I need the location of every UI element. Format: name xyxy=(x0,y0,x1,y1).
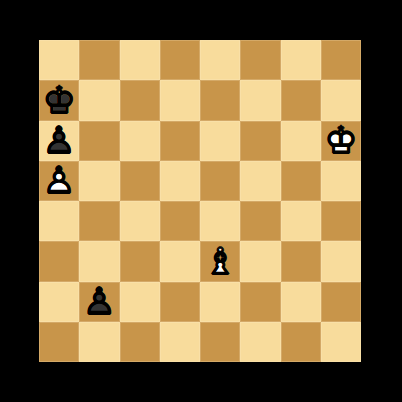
square-c6[interactable] xyxy=(120,121,160,161)
square-a3[interactable] xyxy=(39,241,79,281)
square-c1[interactable] xyxy=(120,322,160,362)
black-pawn[interactable]: ♟♙ xyxy=(39,121,79,161)
white-bishop[interactable]: ♝♗ xyxy=(200,241,240,281)
black-pawn[interactable]: ♟♙ xyxy=(79,282,119,322)
square-a5[interactable]: ♟♙ xyxy=(39,161,79,201)
square-c8[interactable] xyxy=(120,40,160,80)
square-a1[interactable] xyxy=(39,322,79,362)
square-f7[interactable] xyxy=(240,80,280,120)
board-frame: ♚♔♟♙♚♔♟♙♝♗♟♙ xyxy=(0,0,402,402)
square-e6[interactable] xyxy=(200,121,240,161)
square-b3[interactable] xyxy=(79,241,119,281)
white-bishop-outline: ♗ xyxy=(200,241,240,281)
square-g2[interactable] xyxy=(281,282,321,322)
square-e4[interactable] xyxy=(200,201,240,241)
square-d1[interactable] xyxy=(160,322,200,362)
square-h8[interactable] xyxy=(321,40,361,80)
black-king[interactable]: ♚♔ xyxy=(39,80,79,120)
square-b4[interactable] xyxy=(79,201,119,241)
square-h2[interactable] xyxy=(321,282,361,322)
black-king-outline: ♔ xyxy=(39,80,79,120)
square-a7[interactable]: ♚♔ xyxy=(39,80,79,120)
square-f4[interactable] xyxy=(240,201,280,241)
square-b5[interactable] xyxy=(79,161,119,201)
square-b6[interactable] xyxy=(79,121,119,161)
square-e5[interactable] xyxy=(200,161,240,201)
square-g7[interactable] xyxy=(281,80,321,120)
square-a8[interactable] xyxy=(39,40,79,80)
chess-board: ♚♔♟♙♚♔♟♙♝♗♟♙ xyxy=(39,40,361,362)
white-pawn[interactable]: ♟♙ xyxy=(39,161,79,201)
square-h7[interactable] xyxy=(321,80,361,120)
square-b1[interactable] xyxy=(79,322,119,362)
square-b2[interactable]: ♟♙ xyxy=(79,282,119,322)
square-b8[interactable] xyxy=(79,40,119,80)
square-g5[interactable] xyxy=(281,161,321,201)
square-c5[interactable] xyxy=(120,161,160,201)
square-c4[interactable] xyxy=(120,201,160,241)
square-d8[interactable] xyxy=(160,40,200,80)
square-e2[interactable] xyxy=(200,282,240,322)
square-c3[interactable] xyxy=(120,241,160,281)
square-h3[interactable] xyxy=(321,241,361,281)
square-d5[interactable] xyxy=(160,161,200,201)
square-g4[interactable] xyxy=(281,201,321,241)
square-h6[interactable]: ♚♔ xyxy=(321,121,361,161)
square-d3[interactable] xyxy=(160,241,200,281)
square-g6[interactable] xyxy=(281,121,321,161)
square-c7[interactable] xyxy=(120,80,160,120)
square-d4[interactable] xyxy=(160,201,200,241)
square-d2[interactable] xyxy=(160,282,200,322)
square-h4[interactable] xyxy=(321,201,361,241)
square-b7[interactable] xyxy=(79,80,119,120)
square-e3[interactable]: ♝♗ xyxy=(200,241,240,281)
white-pawn-outline: ♙ xyxy=(39,161,79,201)
square-e7[interactable] xyxy=(200,80,240,120)
square-d7[interactable] xyxy=(160,80,200,120)
square-f1[interactable] xyxy=(240,322,280,362)
square-g1[interactable] xyxy=(281,322,321,362)
square-f8[interactable] xyxy=(240,40,280,80)
square-g8[interactable] xyxy=(281,40,321,80)
square-c2[interactable] xyxy=(120,282,160,322)
square-h1[interactable] xyxy=(321,322,361,362)
white-king[interactable]: ♚♔ xyxy=(321,121,361,161)
square-a2[interactable] xyxy=(39,282,79,322)
black-pawn-outline: ♙ xyxy=(39,121,79,161)
square-a6[interactable]: ♟♙ xyxy=(39,121,79,161)
square-e8[interactable] xyxy=(200,40,240,80)
square-d6[interactable] xyxy=(160,121,200,161)
square-f5[interactable] xyxy=(240,161,280,201)
square-f3[interactable] xyxy=(240,241,280,281)
square-f6[interactable] xyxy=(240,121,280,161)
square-h5[interactable] xyxy=(321,161,361,201)
square-e1[interactable] xyxy=(200,322,240,362)
white-king-outline: ♔ xyxy=(321,121,361,161)
square-f2[interactable] xyxy=(240,282,280,322)
black-pawn-outline: ♙ xyxy=(79,282,119,322)
square-a4[interactable] xyxy=(39,201,79,241)
square-g3[interactable] xyxy=(281,241,321,281)
